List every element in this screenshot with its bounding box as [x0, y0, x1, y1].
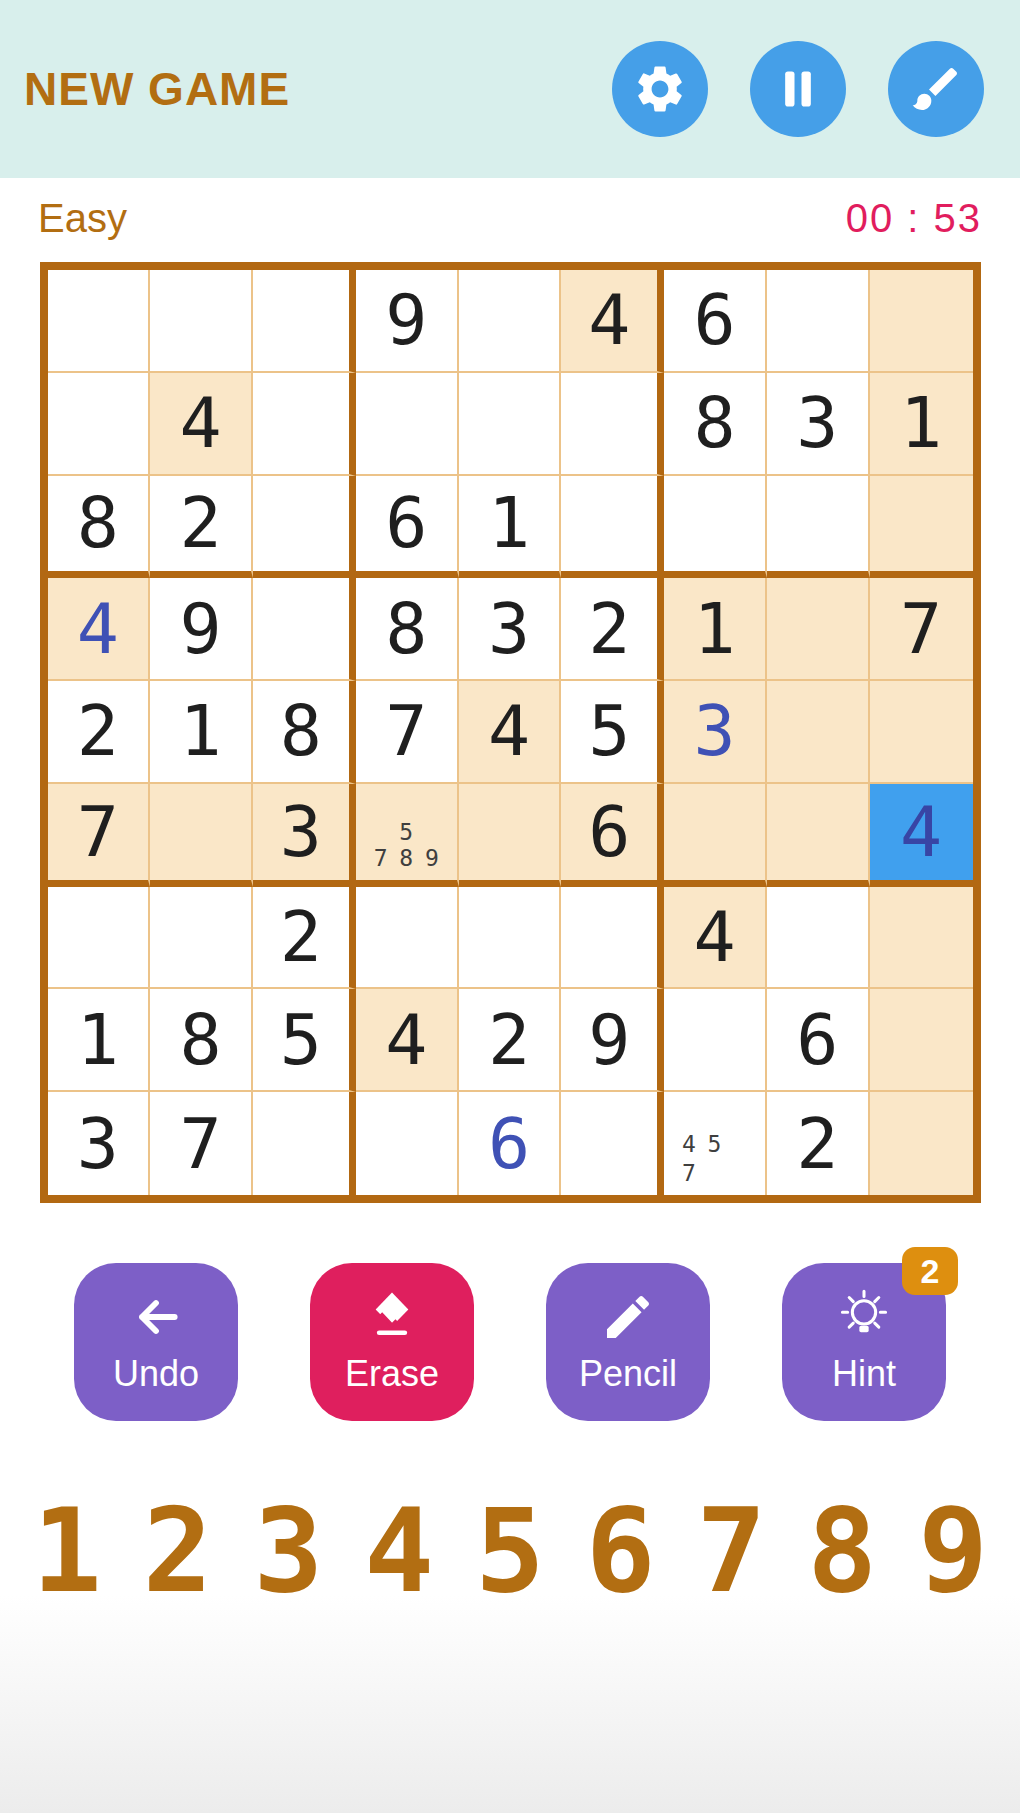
- pencil-mark: 7: [368, 845, 394, 871]
- cell-r5c7[interactable]: 3: [664, 681, 767, 784]
- cell-r2c1[interactable]: [48, 373, 151, 476]
- cell-r9c2[interactable]: 7: [150, 1092, 253, 1195]
- page-title: NEW GAME: [24, 62, 290, 116]
- numpad-digit-1[interactable]: 1: [32, 1487, 102, 1615]
- cell-r2c2[interactable]: 4: [150, 373, 253, 476]
- undo-arrow-icon: [128, 1289, 184, 1345]
- pause-icon: [770, 61, 826, 117]
- cell-r4c2[interactable]: 9: [150, 578, 253, 681]
- cell-r9c6[interactable]: [561, 1092, 664, 1195]
- cell-r5c1[interactable]: 2: [48, 681, 151, 784]
- cell-r6c9[interactable]: 4: [870, 784, 973, 887]
- cell-r7c4[interactable]: [356, 887, 459, 990]
- cell-r6c6[interactable]: 6: [561, 784, 664, 887]
- cell-r3c5[interactable]: 1: [459, 476, 562, 579]
- cell-r6c5[interactable]: [459, 784, 562, 887]
- cell-r6c1[interactable]: 7: [48, 784, 151, 887]
- numpad-digit-6[interactable]: 6: [586, 1487, 656, 1615]
- cell-r4c4[interactable]: 8: [356, 578, 459, 681]
- cell-r4c6[interactable]: 2: [561, 578, 664, 681]
- cell-r8c7[interactable]: [664, 989, 767, 1092]
- cell-r4c7[interactable]: 1: [664, 578, 767, 681]
- cell-r7c8[interactable]: [767, 887, 870, 990]
- cell-r5c5[interactable]: 4: [459, 681, 562, 784]
- cell-r1c3[interactable]: [253, 270, 356, 373]
- settings-button[interactable]: [612, 41, 708, 137]
- cell-r1c5[interactable]: [459, 270, 562, 373]
- pencil-icon: [600, 1289, 656, 1345]
- cell-r7c5[interactable]: [459, 887, 562, 990]
- cell-r9c3[interactable]: [253, 1092, 356, 1195]
- cell-r1c7[interactable]: 6: [664, 270, 767, 373]
- toolbar: Undo Erase Pencil 2 Hint: [0, 1263, 1020, 1421]
- cell-r3c9[interactable]: [870, 476, 973, 579]
- numpad-digit-9[interactable]: 9: [918, 1487, 988, 1615]
- hint-label: Hint: [832, 1353, 896, 1395]
- cell-r2c5[interactable]: [459, 373, 562, 476]
- theme-button[interactable]: [888, 41, 984, 137]
- pencil-mark: 7: [676, 1160, 702, 1186]
- cell-r1c8[interactable]: [767, 270, 870, 373]
- numpad-digit-2[interactable]: 2: [143, 1487, 213, 1615]
- cell-r4c3[interactable]: [253, 578, 356, 681]
- cell-r4c5[interactable]: 3: [459, 578, 562, 681]
- cell-r6c3[interactable]: 3: [253, 784, 356, 887]
- pencil-mark: 9: [419, 845, 445, 871]
- cell-r8c4[interactable]: 4: [356, 989, 459, 1092]
- cell-r5c9[interactable]: [870, 681, 973, 784]
- numpad-digit-5[interactable]: 5: [475, 1487, 545, 1615]
- numpad-digit-7[interactable]: 7: [697, 1487, 767, 1615]
- numpad-digit-8[interactable]: 8: [807, 1487, 877, 1615]
- cell-r8c9[interactable]: [870, 989, 973, 1092]
- cell-r7c3[interactable]: 2: [253, 887, 356, 990]
- cell-r5c4[interactable]: 7: [356, 681, 459, 784]
- app-header: NEW GAME: [0, 0, 1020, 178]
- cell-r3c6[interactable]: [561, 476, 664, 579]
- eraser-icon: [364, 1289, 420, 1345]
- cell-r3c3[interactable]: [253, 476, 356, 579]
- pause-button[interactable]: [750, 41, 846, 137]
- gear-icon: [632, 61, 688, 117]
- cell-r2c8[interactable]: 3: [767, 373, 870, 476]
- cell-r7c1[interactable]: [48, 887, 151, 990]
- cell-r6c2[interactable]: [150, 784, 253, 887]
- hint-badge: 2: [902, 1247, 958, 1295]
- cell-r9c5[interactable]: 6: [459, 1092, 562, 1195]
- cell-r2c4[interactable]: [356, 373, 459, 476]
- cell-r6c8[interactable]: [767, 784, 870, 887]
- cell-r4c8[interactable]: [767, 578, 870, 681]
- pencil-label: Pencil: [579, 1353, 677, 1395]
- cell-r7c9[interactable]: [870, 887, 973, 990]
- cell-r4c9[interactable]: 7: [870, 578, 973, 681]
- cell-r1c6[interactable]: 4: [561, 270, 664, 373]
- cell-r8c2[interactable]: 8: [150, 989, 253, 1092]
- cell-r3c8[interactable]: [767, 476, 870, 579]
- cell-r9c8[interactable]: 2: [767, 1092, 870, 1195]
- cell-r8c1[interactable]: 1: [48, 989, 151, 1092]
- lightbulb-icon: [836, 1289, 892, 1345]
- numpad-digit-3[interactable]: 3: [254, 1487, 324, 1615]
- status-row: Easy 00 : 53: [0, 178, 1020, 248]
- header-buttons: [612, 41, 984, 137]
- erase-label: Erase: [345, 1353, 439, 1395]
- undo-label: Undo: [113, 1353, 199, 1395]
- pencil-button[interactable]: Pencil: [546, 1263, 710, 1421]
- paintbrush-icon: [908, 61, 964, 117]
- cell-r9c9[interactable]: [870, 1092, 973, 1195]
- erase-button[interactable]: Erase: [310, 1263, 474, 1421]
- cell-r2c9[interactable]: 1: [870, 373, 973, 476]
- cell-r2c3[interactable]: [253, 373, 356, 476]
- cell-r5c8[interactable]: [767, 681, 870, 784]
- hint-button[interactable]: 2 Hint: [782, 1263, 946, 1421]
- cell-r7c7[interactable]: 4: [664, 887, 767, 990]
- cell-r2c7[interactable]: 8: [664, 373, 767, 476]
- cell-r9c7[interactable]: 457: [664, 1092, 767, 1195]
- cell-r3c2[interactable]: 2: [150, 476, 253, 579]
- numpad-digit-4[interactable]: 4: [364, 1487, 434, 1615]
- cell-r3c1[interactable]: 8: [48, 476, 151, 579]
- cell-r8c3[interactable]: 5: [253, 989, 356, 1092]
- cell-r3c4[interactable]: 6: [356, 476, 459, 579]
- cell-r8c6[interactable]: 9: [561, 989, 664, 1092]
- cell-r5c2[interactable]: 1: [150, 681, 253, 784]
- cell-r4c1[interactable]: 4: [48, 578, 151, 681]
- cell-r1c9[interactable]: [870, 270, 973, 373]
- timer: 00 : 53: [846, 196, 982, 241]
- cell-r5c6[interactable]: 5: [561, 681, 664, 784]
- cell-r2c6[interactable]: [561, 373, 664, 476]
- cell-r8c8[interactable]: 6: [767, 989, 870, 1092]
- cell-r1c2[interactable]: [150, 270, 253, 373]
- sudoku-board: 9464831826149832172187453735789642418542…: [40, 262, 981, 1203]
- pencil-mark: 4: [676, 1131, 702, 1157]
- cell-r6c7[interactable]: [664, 784, 767, 887]
- undo-button[interactable]: Undo: [74, 1263, 238, 1421]
- difficulty-label: Easy: [38, 196, 127, 241]
- pencil-mark: 8: [393, 845, 419, 871]
- cell-r7c2[interactable]: [150, 887, 253, 990]
- cell-r3c7[interactable]: [664, 476, 767, 579]
- pencil-mark: 5: [393, 819, 419, 845]
- cell-r9c4[interactable]: [356, 1092, 459, 1195]
- cell-r5c3[interactable]: 8: [253, 681, 356, 784]
- pencil-mark: 5: [702, 1131, 728, 1157]
- cell-r6c4[interactable]: 5789: [356, 784, 459, 887]
- cell-r1c1[interactable]: [48, 270, 151, 373]
- cell-r8c5[interactable]: 2: [459, 989, 562, 1092]
- cell-r9c1[interactable]: 3: [48, 1092, 151, 1195]
- numpad: 123456789: [0, 1487, 1020, 1615]
- cell-r1c4[interactable]: 9: [356, 270, 459, 373]
- cell-r7c6[interactable]: [561, 887, 664, 990]
